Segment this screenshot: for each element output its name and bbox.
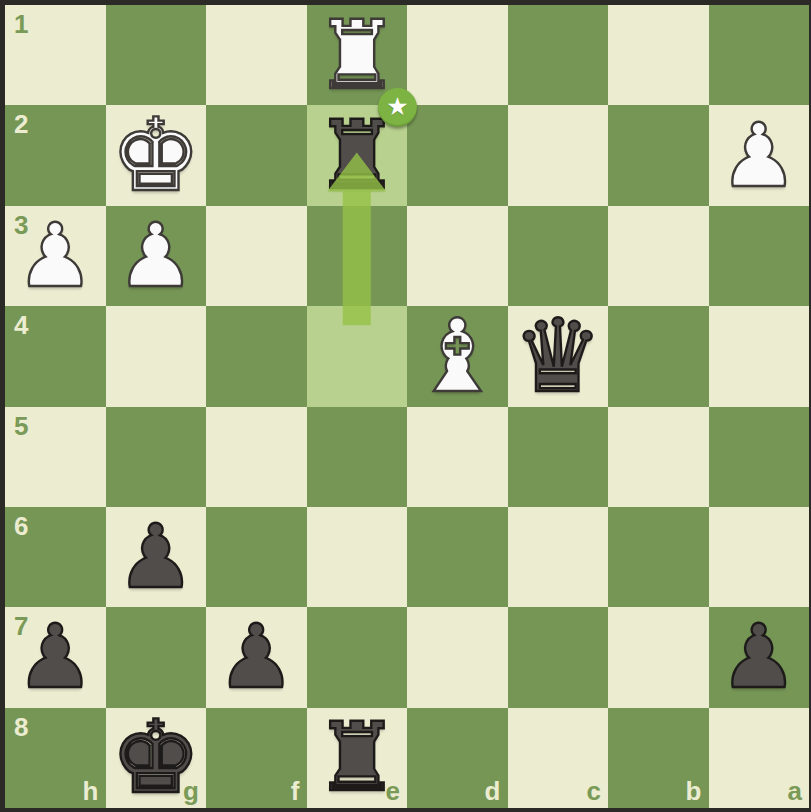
file-label-c: c [587,778,601,804]
square-a1[interactable] [709,5,810,105]
square-h1[interactable]: 1 [5,5,106,105]
star-icon: ★ [386,94,408,119]
square-f6[interactable] [206,507,307,607]
piece-black-pawn-a7[interactable]: ♟ [709,607,810,707]
square-c8[interactable]: c [508,708,609,808]
rank-label-2: 2 [14,111,28,137]
square-c2[interactable] [508,105,609,205]
square-b8[interactable]: b [608,708,709,808]
piece-white-bishop-d4[interactable]: ♝ [407,306,508,406]
square-d7[interactable] [407,607,508,707]
square-c6[interactable] [508,507,609,607]
square-g7[interactable] [106,607,207,707]
piece-white-king-g2[interactable]: ♚ [106,105,207,205]
square-a6[interactable] [709,507,810,607]
piece-white-pawn-g3[interactable]: ♟ [106,206,207,306]
rank-label-1: 1 [14,11,28,37]
piece-black-queen-c4[interactable]: ♛ [508,306,609,406]
piece-black-pawn-g6[interactable]: ♟ [106,507,207,607]
file-label-a: a [788,778,802,804]
square-c5[interactable] [508,407,609,507]
square-e6[interactable] [307,507,408,607]
square-f2[interactable] [206,105,307,205]
square-g4[interactable] [106,306,207,406]
piece-black-pawn-f7[interactable]: ♟ [206,607,307,707]
square-b2[interactable] [608,105,709,205]
square-f5[interactable] [206,407,307,507]
square-e3[interactable] [307,206,408,306]
rank-label-4: 4 [14,312,28,338]
rank-label-6: 6 [14,513,28,539]
square-c7[interactable] [508,607,609,707]
square-b4[interactable] [608,306,709,406]
square-a5[interactable] [709,407,810,507]
square-b5[interactable] [608,407,709,507]
square-e4[interactable] [307,306,408,406]
file-label-d: d [485,778,501,804]
square-d3[interactable] [407,206,508,306]
file-label-f: f [291,778,300,804]
square-e5[interactable] [307,407,408,507]
square-d2[interactable] [407,105,508,205]
piece-black-king-g8[interactable]: ♚ [106,708,207,808]
square-d5[interactable] [407,407,508,507]
square-a3[interactable] [709,206,810,306]
square-b1[interactable] [608,5,709,105]
square-f8[interactable]: f [206,708,307,808]
chess-board[interactable]: 12345678hgfedcba♜♚♜♟♟♟♝♛♟♟♟♟♚♜★ [5,5,809,808]
square-g5[interactable] [106,407,207,507]
square-a8[interactable]: a [709,708,810,808]
best-move-star-badge: ★ [378,88,417,127]
square-h4[interactable]: 4 [5,306,106,406]
square-d1[interactable] [407,5,508,105]
board-frame: 12345678hgfedcba♜♚♜♟♟♟♝♛♟♟♟♟♚♜★ [0,0,811,812]
square-c3[interactable] [508,206,609,306]
square-f4[interactable] [206,306,307,406]
square-h6[interactable]: 6 [5,507,106,607]
square-b3[interactable] [608,206,709,306]
square-h8[interactable]: 8h [5,708,106,808]
piece-black-rook-e8[interactable]: ♜ [307,708,408,808]
square-a4[interactable] [709,306,810,406]
file-label-h: h [83,778,99,804]
rank-label-5: 5 [14,413,28,439]
square-f3[interactable] [206,206,307,306]
square-f1[interactable] [206,5,307,105]
piece-white-pawn-h3[interactable]: ♟ [5,206,106,306]
square-g1[interactable] [106,5,207,105]
square-d6[interactable] [407,507,508,607]
square-c1[interactable] [508,5,609,105]
square-b7[interactable] [608,607,709,707]
square-d8[interactable]: d [407,708,508,808]
square-b6[interactable] [608,507,709,607]
rank-label-8: 8 [14,714,28,740]
piece-white-pawn-a2[interactable]: ♟ [709,105,810,205]
square-h5[interactable]: 5 [5,407,106,507]
piece-black-pawn-h7[interactable]: ♟ [5,607,106,707]
file-label-b: b [686,778,702,804]
square-e7[interactable] [307,607,408,707]
square-h2[interactable]: 2 [5,105,106,205]
